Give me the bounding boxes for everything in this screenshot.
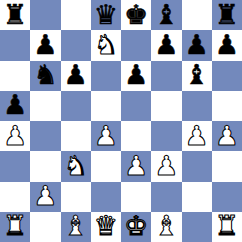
- black-pawn-piece[interactable]: ♟: [124, 61, 148, 88]
- square-c3[interactable]: ♞: [61, 151, 91, 181]
- white-knight-piece[interactable]: ♞: [64, 152, 88, 179]
- square-a5[interactable]: ♟: [0, 91, 30, 121]
- square-d3[interactable]: [91, 151, 121, 181]
- square-b4[interactable]: [30, 121, 60, 151]
- square-c5[interactable]: [61, 91, 91, 121]
- white-pawn-piece[interactable]: ♟: [154, 152, 178, 179]
- square-e7[interactable]: [121, 30, 151, 60]
- square-f5[interactable]: [151, 91, 181, 121]
- black-pawn-piece[interactable]: ♟: [154, 31, 178, 58]
- square-b7[interactable]: ♟: [30, 30, 60, 60]
- square-a1[interactable]: ♜: [0, 212, 30, 242]
- square-c1[interactable]: ♝: [61, 212, 91, 242]
- square-b3[interactable]: [30, 151, 60, 181]
- square-d6[interactable]: [91, 61, 121, 91]
- square-g4[interactable]: ♟: [182, 121, 212, 151]
- chess-board: ♜♛♚♝♜♟♞♟♟♟♞♟♟♝♟♟♟♟♟♞♟♟♟♜♝♛♚♝♜: [0, 0, 242, 242]
- white-knight-piece[interactable]: ♞: [94, 31, 118, 58]
- square-h7[interactable]: ♟: [212, 30, 242, 60]
- square-d8[interactable]: ♛: [91, 0, 121, 30]
- square-f3[interactable]: ♟: [151, 151, 181, 181]
- black-pawn-piece[interactable]: ♟: [3, 91, 27, 118]
- square-g8[interactable]: [182, 0, 212, 30]
- square-h3[interactable]: [212, 151, 242, 181]
- black-pawn-piece[interactable]: ♟: [185, 31, 209, 58]
- square-a7[interactable]: [0, 30, 30, 60]
- black-knight-piece[interactable]: ♞: [33, 61, 57, 88]
- square-h6[interactable]: [212, 61, 242, 91]
- black-bishop-piece[interactable]: ♝: [154, 1, 178, 28]
- white-bishop-piece[interactable]: ♝: [154, 212, 178, 239]
- black-bishop-piece[interactable]: ♝: [185, 61, 209, 88]
- black-pawn-piece[interactable]: ♟: [215, 31, 239, 58]
- square-h5[interactable]: [212, 91, 242, 121]
- square-f1[interactable]: ♝: [151, 212, 181, 242]
- white-pawn-piece[interactable]: ♟: [215, 122, 239, 149]
- square-e8[interactable]: ♚: [121, 0, 151, 30]
- square-b2[interactable]: ♟: [30, 182, 60, 212]
- square-a8[interactable]: ♜: [0, 0, 30, 30]
- square-b6[interactable]: ♞: [30, 61, 60, 91]
- square-g7[interactable]: ♟: [182, 30, 212, 60]
- square-g5[interactable]: [182, 91, 212, 121]
- square-d1[interactable]: ♛: [91, 212, 121, 242]
- square-d4[interactable]: ♟: [91, 121, 121, 151]
- square-f7[interactable]: ♟: [151, 30, 181, 60]
- square-g2[interactable]: [182, 182, 212, 212]
- square-d2[interactable]: [91, 182, 121, 212]
- white-pawn-piece[interactable]: ♟: [124, 152, 148, 179]
- square-e3[interactable]: ♟: [121, 151, 151, 181]
- black-queen-piece[interactable]: ♛: [94, 1, 118, 28]
- square-e4[interactable]: [121, 121, 151, 151]
- square-b5[interactable]: [30, 91, 60, 121]
- black-rook-piece[interactable]: ♜: [3, 1, 27, 28]
- square-f4[interactable]: [151, 121, 181, 151]
- square-a2[interactable]: [0, 182, 30, 212]
- square-b1[interactable]: [30, 212, 60, 242]
- square-a3[interactable]: [0, 151, 30, 181]
- square-e2[interactable]: [121, 182, 151, 212]
- white-pawn-piece[interactable]: ♟: [3, 122, 27, 149]
- square-f6[interactable]: [151, 61, 181, 91]
- black-rook-piece[interactable]: ♜: [215, 1, 239, 28]
- white-rook-piece[interactable]: ♜: [215, 212, 239, 239]
- square-f2[interactable]: [151, 182, 181, 212]
- white-king-piece[interactable]: ♚: [124, 212, 148, 239]
- square-h2[interactable]: [212, 182, 242, 212]
- square-b8[interactable]: [30, 0, 60, 30]
- square-g1[interactable]: [182, 212, 212, 242]
- square-c2[interactable]: [61, 182, 91, 212]
- square-g6[interactable]: ♝: [182, 61, 212, 91]
- square-d7[interactable]: ♞: [91, 30, 121, 60]
- square-c8[interactable]: [61, 0, 91, 30]
- square-e6[interactable]: ♟: [121, 61, 151, 91]
- square-c4[interactable]: [61, 121, 91, 151]
- black-king-piece[interactable]: ♚: [124, 1, 148, 28]
- white-pawn-piece[interactable]: ♟: [94, 122, 118, 149]
- square-c6[interactable]: ♟: [61, 61, 91, 91]
- square-g3[interactable]: [182, 151, 212, 181]
- square-f8[interactable]: ♝: [151, 0, 181, 30]
- square-e5[interactable]: [121, 91, 151, 121]
- square-c7[interactable]: [61, 30, 91, 60]
- white-rook-piece[interactable]: ♜: [3, 212, 27, 239]
- white-pawn-piece[interactable]: ♟: [185, 122, 209, 149]
- square-a6[interactable]: [0, 61, 30, 91]
- black-pawn-piece[interactable]: ♟: [64, 61, 88, 88]
- square-a4[interactable]: ♟: [0, 121, 30, 151]
- square-h8[interactable]: ♜: [212, 0, 242, 30]
- square-e1[interactable]: ♚: [121, 212, 151, 242]
- white-queen-piece[interactable]: ♛: [94, 212, 118, 239]
- white-pawn-piece[interactable]: ♟: [33, 182, 57, 209]
- square-d5[interactable]: [91, 91, 121, 121]
- black-pawn-piece[interactable]: ♟: [33, 31, 57, 58]
- square-h4[interactable]: ♟: [212, 121, 242, 151]
- white-bishop-piece[interactable]: ♝: [64, 212, 88, 239]
- square-h1[interactable]: ♜: [212, 212, 242, 242]
